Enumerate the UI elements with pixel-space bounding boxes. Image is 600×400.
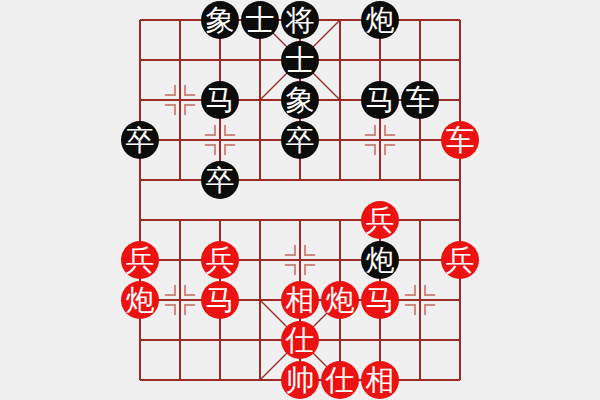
piece-black-chariot[interactable]: 车 (401, 81, 439, 119)
piece-black-pawn[interactable]: 卒 (201, 161, 239, 199)
piece-red-elephant[interactable]: 相 (361, 361, 399, 399)
piece-red-pawn[interactable]: 兵 (121, 241, 159, 279)
piece-black-horse[interactable]: 马 (201, 81, 239, 119)
piece-black-cannon[interactable]: 炮 (361, 241, 399, 279)
piece-red-advisor[interactable]: 仕 (281, 321, 319, 359)
piece-black-cannon[interactable]: 炮 (361, 1, 399, 39)
piece-red-elephant[interactable]: 相 (281, 281, 319, 319)
piece-black-advisor[interactable]: 士 (281, 41, 319, 79)
piece-black-pawn[interactable]: 卒 (281, 121, 319, 159)
piece-red-pawn[interactable]: 兵 (361, 201, 399, 239)
xiangqi-board: 象士将炮士马象马车卒卒车卒兵兵兵炮兵炮马相炮马仕帅仕相 (0, 0, 600, 400)
piece-red-cannon[interactable]: 炮 (321, 281, 359, 319)
piece-black-general[interactable]: 将 (281, 1, 319, 39)
piece-black-horse[interactable]: 马 (361, 81, 399, 119)
piece-red-horse[interactable]: 马 (361, 281, 399, 319)
piece-red-general[interactable]: 帅 (281, 361, 319, 399)
piece-red-horse[interactable]: 马 (201, 281, 239, 319)
piece-black-advisor[interactable]: 士 (241, 1, 279, 39)
piece-black-elephant[interactable]: 象 (281, 81, 319, 119)
piece-red-advisor[interactable]: 仕 (321, 361, 359, 399)
piece-black-pawn[interactable]: 卒 (121, 121, 159, 159)
piece-red-chariot[interactable]: 车 (441, 121, 479, 159)
piece-red-pawn[interactable]: 兵 (441, 241, 479, 279)
piece-black-elephant[interactable]: 象 (201, 1, 239, 39)
piece-red-pawn[interactable]: 兵 (201, 241, 239, 279)
piece-red-cannon[interactable]: 炮 (121, 281, 159, 319)
